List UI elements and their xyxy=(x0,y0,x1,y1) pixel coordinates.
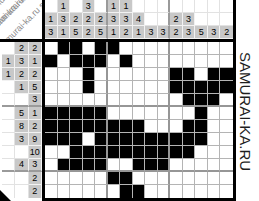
row-clue-cell: 2 xyxy=(29,68,42,81)
grid-cell[interactable] xyxy=(145,42,158,55)
col-clue-cell: 1 xyxy=(45,13,58,26)
row-clue-cell: 2 xyxy=(29,185,42,198)
col-clue-cell xyxy=(195,13,208,26)
grid-cell[interactable] xyxy=(83,146,96,159)
grid-cell[interactable] xyxy=(95,159,108,172)
grid-cell[interactable] xyxy=(70,68,83,81)
grid-cell[interactable] xyxy=(58,146,71,159)
row-clue-cell: 9 xyxy=(29,133,42,146)
row-clue-cell xyxy=(2,107,15,120)
grid-cell[interactable] xyxy=(70,42,83,55)
grid-cell[interactable] xyxy=(170,185,183,198)
grid-cell[interactable] xyxy=(58,172,71,185)
grid-cell[interactable] xyxy=(95,120,108,133)
grid-cell[interactable] xyxy=(45,81,58,94)
grid-cell[interactable] xyxy=(120,185,133,198)
grid-cell[interactable] xyxy=(133,94,146,107)
row-clue-cell xyxy=(15,172,28,185)
grid-cell[interactable] xyxy=(70,107,83,120)
grid-cell[interactable] xyxy=(195,68,208,81)
grid-cell[interactable] xyxy=(195,185,208,198)
col-clue-cell: 5 xyxy=(95,26,108,39)
grid-cell[interactable] xyxy=(183,107,196,120)
grid-cell[interactable] xyxy=(145,133,158,146)
grid-cell[interactable] xyxy=(95,68,108,81)
grid-cell[interactable] xyxy=(208,120,221,133)
grid-cell[interactable] xyxy=(120,146,133,159)
col-clue-cell: 5 xyxy=(195,26,208,39)
col-clue-cell: 1 xyxy=(108,26,121,39)
grid-cell[interactable] xyxy=(158,94,171,107)
grid-cell[interactable] xyxy=(183,159,196,172)
row-clue-cell: 1 xyxy=(29,107,42,120)
grid-cell[interactable] xyxy=(108,94,121,107)
grid-cell[interactable] xyxy=(83,159,96,172)
row-clue-cell xyxy=(2,133,15,146)
row-clue-cell xyxy=(2,81,15,94)
grid-cell[interactable] xyxy=(145,159,158,172)
puzzle-grid xyxy=(45,42,233,198)
row-clue-cell: 1 xyxy=(2,68,15,81)
row-clue-cell: 1 xyxy=(29,55,42,68)
grid-cell[interactable] xyxy=(83,185,96,198)
grid-cell[interactable] xyxy=(120,133,133,146)
grid-cell[interactable] xyxy=(70,185,83,198)
grid-cell[interactable] xyxy=(70,94,83,107)
grid-cell[interactable] xyxy=(108,42,121,55)
row-clue-cell: 5 xyxy=(15,107,28,120)
grid-cell[interactable] xyxy=(70,81,83,94)
grid-cell[interactable] xyxy=(83,94,96,107)
col-clue-cell xyxy=(195,0,208,13)
grid-cell[interactable] xyxy=(120,94,133,107)
puzzle-frame xyxy=(42,39,236,201)
grid-cell[interactable] xyxy=(58,107,71,120)
grid-cell[interactable] xyxy=(133,68,146,81)
col-clue-cell: 3 xyxy=(120,13,133,26)
grid-cell[interactable] xyxy=(120,81,133,94)
grid-cell[interactable] xyxy=(45,146,58,159)
grid-cell[interactable] xyxy=(95,107,108,120)
grid-cell[interactable] xyxy=(170,120,183,133)
row-clue-cell xyxy=(2,159,15,172)
grid-cell[interactable] xyxy=(220,172,233,185)
grid-cell[interactable] xyxy=(45,185,58,198)
row-clue-cell: 1 xyxy=(2,55,15,68)
nonogram-board: samurai-ka.ru samurai-ka.ru samurai-ka.r… xyxy=(0,0,259,201)
grid-cell[interactable] xyxy=(208,107,221,120)
col-clue-cell: 3 xyxy=(183,13,196,26)
col-clue-cell: 4 xyxy=(133,13,146,26)
grid-cell[interactable] xyxy=(220,107,233,120)
grid-cell[interactable] xyxy=(170,81,183,94)
grid-cell[interactable] xyxy=(45,120,58,133)
col-clue-cell: 3 xyxy=(45,26,58,39)
grid-cell[interactable] xyxy=(133,185,146,198)
grid-cell[interactable] xyxy=(133,120,146,133)
row-clue-cell: 3 xyxy=(29,159,42,172)
grid-cell[interactable] xyxy=(183,94,196,107)
grid-cell[interactable] xyxy=(195,42,208,55)
grid-cell[interactable] xyxy=(158,55,171,68)
grid-cell[interactable] xyxy=(58,94,71,107)
row-clue-cell: 3 xyxy=(29,94,42,107)
grid-cell[interactable] xyxy=(70,120,83,133)
grid-cell[interactable] xyxy=(120,68,133,81)
grid-cell[interactable] xyxy=(183,172,196,185)
row-clue-cell: 4 xyxy=(15,159,28,172)
grid-cell[interactable] xyxy=(170,68,183,81)
grid-cell[interactable] xyxy=(145,81,158,94)
grid-frame-extension xyxy=(233,0,236,39)
grid-cell[interactable] xyxy=(58,42,71,55)
grid-cell[interactable] xyxy=(170,172,183,185)
grid-cell[interactable] xyxy=(95,133,108,146)
grid-cell[interactable] xyxy=(220,133,233,146)
grid-cell[interactable] xyxy=(183,120,196,133)
row-clues: 22131122153518239104322 xyxy=(2,42,42,198)
grid-cell[interactable] xyxy=(133,55,146,68)
grid-cell[interactable] xyxy=(145,185,158,198)
col-clue-cell: 2 xyxy=(220,26,233,39)
grid-cell[interactable] xyxy=(208,81,221,94)
grid-cell[interactable] xyxy=(133,81,146,94)
grid-cell[interactable] xyxy=(183,42,196,55)
grid-cell[interactable] xyxy=(220,185,233,198)
col-clue-cell: 1 xyxy=(120,0,133,13)
grid-cell[interactable] xyxy=(195,94,208,107)
col-clue-cell xyxy=(158,13,171,26)
grid-cell[interactable] xyxy=(45,42,58,55)
grid-cell[interactable] xyxy=(108,107,121,120)
grid-cell[interactable] xyxy=(70,55,83,68)
grid-cell[interactable] xyxy=(58,133,71,146)
grid-cell[interactable] xyxy=(220,120,233,133)
row-clue-cell: 2 xyxy=(15,42,28,55)
col-clue-cell: 3 xyxy=(108,13,121,26)
row-clue-cell: 10 xyxy=(29,146,42,159)
grid-cell[interactable] xyxy=(95,146,108,159)
grid-cell[interactable] xyxy=(170,133,183,146)
grid-cell[interactable] xyxy=(70,133,83,146)
grid-cell[interactable] xyxy=(183,185,196,198)
col-clue-cell xyxy=(45,0,58,13)
row-clue-cell xyxy=(15,146,28,159)
col-clue-cell xyxy=(145,13,158,26)
grid-cell[interactable] xyxy=(95,81,108,94)
row-clue-cell: 3 xyxy=(15,133,28,146)
col-clue-cell: 2 xyxy=(95,13,108,26)
grid-cell[interactable] xyxy=(58,81,71,94)
grid-cell[interactable] xyxy=(145,68,158,81)
grid-cell[interactable] xyxy=(158,172,171,185)
col-clue-cell: 2 xyxy=(70,13,83,26)
grid-cell[interactable] xyxy=(145,94,158,107)
grid-cell[interactable] xyxy=(133,159,146,172)
grid-cell[interactable] xyxy=(70,172,83,185)
grid-cell[interactable] xyxy=(45,172,58,185)
col-clue-cell xyxy=(220,0,233,13)
grid-cell[interactable] xyxy=(133,172,146,185)
grid-cell[interactable] xyxy=(83,42,96,55)
grid-cell[interactable] xyxy=(120,120,133,133)
grid-cell[interactable] xyxy=(120,159,133,172)
grid-cell[interactable] xyxy=(83,68,96,81)
grid-cell[interactable] xyxy=(108,159,121,172)
grid-cell[interactable] xyxy=(133,42,146,55)
grid-cell[interactable] xyxy=(58,55,71,68)
grid-cell[interactable] xyxy=(108,68,121,81)
col-clue-cell: 2 xyxy=(170,26,183,39)
row-clue-cell: 2 xyxy=(29,172,42,185)
row-clue-cell xyxy=(2,42,15,55)
grid-cell[interactable] xyxy=(133,107,146,120)
grid-cell[interactable] xyxy=(58,185,71,198)
grid-cell[interactable] xyxy=(220,146,233,159)
col-clue-cell xyxy=(145,0,158,13)
grid-cell[interactable] xyxy=(195,81,208,94)
col-clue-cell: 1 xyxy=(133,26,146,39)
col-clue-cell: 2 xyxy=(120,26,133,39)
grid-cell[interactable] xyxy=(195,133,208,146)
grid-cell[interactable] xyxy=(58,68,71,81)
grid-cell[interactable] xyxy=(183,55,196,68)
row-clue-cell xyxy=(2,94,15,107)
row-clue-cell: 2 xyxy=(29,120,42,133)
col-clue-cell: 3 xyxy=(183,26,196,39)
grid-cell[interactable] xyxy=(158,120,171,133)
grid-cell[interactable] xyxy=(108,133,121,146)
grid-cell[interactable] xyxy=(95,42,108,55)
col-clue-cell: 2 xyxy=(170,13,183,26)
row-clue-cell xyxy=(2,120,15,133)
col-clue-cell: 2 xyxy=(83,13,96,26)
grid-cell[interactable] xyxy=(183,133,196,146)
col-clue-cell: 1 xyxy=(58,0,71,13)
grid-cell[interactable] xyxy=(183,81,196,94)
grid-cell[interactable] xyxy=(220,159,233,172)
grid-cell[interactable] xyxy=(195,159,208,172)
grid-cell[interactable] xyxy=(220,68,233,81)
grid-cell[interactable] xyxy=(95,94,108,107)
site-name-vertical: SAMURAI-KA.RU xyxy=(237,52,254,171)
grid-cell[interactable] xyxy=(158,133,171,146)
grid-cell[interactable] xyxy=(70,146,83,159)
row-clue-cell: 1 xyxy=(15,81,28,94)
grid-cell[interactable] xyxy=(170,42,183,55)
grid-cell[interactable] xyxy=(95,55,108,68)
grid-cell[interactable] xyxy=(108,81,121,94)
col-clue-cell: 3 xyxy=(208,26,221,39)
col-clue-cell xyxy=(95,0,108,13)
row-clue-cell: 3 xyxy=(15,55,28,68)
grid-cell[interactable] xyxy=(208,94,221,107)
row-clue-cell: 2 xyxy=(29,42,42,55)
grid-cell[interactable] xyxy=(170,146,183,159)
col-clue-cell: 1 xyxy=(58,26,71,39)
row-clue-cell xyxy=(2,172,15,185)
grid-cell[interactable] xyxy=(158,42,171,55)
grid-cell[interactable] xyxy=(83,133,96,146)
grid-cell[interactable] xyxy=(170,107,183,120)
grid-cell[interactable] xyxy=(208,146,221,159)
row-clue-cell xyxy=(2,146,15,159)
grid-cell[interactable] xyxy=(45,55,58,68)
grid-cell[interactable] xyxy=(133,146,146,159)
grid-cell[interactable] xyxy=(145,172,158,185)
grid-cell[interactable] xyxy=(108,185,121,198)
grid-cell[interactable] xyxy=(158,68,171,81)
col-clue-cell: 5 xyxy=(70,26,83,39)
col-clue-cell xyxy=(220,13,233,26)
column-clues: 13111322233423315251213323532 xyxy=(45,0,233,39)
grid-cell[interactable] xyxy=(45,94,58,107)
bottom-left-stripe-decoration xyxy=(0,190,11,201)
grid-cell[interactable] xyxy=(195,120,208,133)
col-clue-cell: 3 xyxy=(83,0,96,13)
col-clue-cell xyxy=(70,0,83,13)
grid-cell[interactable] xyxy=(58,159,71,172)
col-clue-cell: 3 xyxy=(145,26,158,39)
grid-cell[interactable] xyxy=(220,55,233,68)
grid-cell[interactable] xyxy=(58,120,71,133)
grid-cell[interactable] xyxy=(170,55,183,68)
grid-cell[interactable] xyxy=(45,133,58,146)
grid-cell[interactable] xyxy=(108,55,121,68)
grid-cell[interactable] xyxy=(170,94,183,107)
grid-cell[interactable] xyxy=(133,133,146,146)
grid-cell[interactable] xyxy=(45,68,58,81)
grid-cell[interactable] xyxy=(158,159,171,172)
grid-cell[interactable] xyxy=(145,55,158,68)
grid-cell[interactable] xyxy=(83,55,96,68)
grid-cell[interactable] xyxy=(220,42,233,55)
grid-cell[interactable] xyxy=(183,146,196,159)
grid-cell[interactable] xyxy=(208,55,221,68)
grid-cell[interactable] xyxy=(145,146,158,159)
col-clue-cell xyxy=(133,0,146,13)
row-clue-cell: 8 xyxy=(15,120,28,133)
col-clue-cell: 1 xyxy=(108,0,121,13)
grid-cell[interactable] xyxy=(208,185,221,198)
grid-cell[interactable] xyxy=(220,81,233,94)
grid-cell[interactable] xyxy=(145,120,158,133)
col-clue-cell xyxy=(183,0,196,13)
grid-cell[interactable] xyxy=(195,107,208,120)
row-clue-cell xyxy=(15,94,28,107)
row-clue-cell: 2 xyxy=(15,68,28,81)
grid-cell[interactable] xyxy=(95,185,108,198)
grid-cell[interactable] xyxy=(120,55,133,68)
watermark-corner: samurai-ka.ru samurai-ka.ru samurai-ka.r… xyxy=(0,0,45,42)
grid-cell[interactable] xyxy=(208,133,221,146)
grid-cell[interactable] xyxy=(170,159,183,172)
grid-cell[interactable] xyxy=(83,107,96,120)
grid-cell[interactable] xyxy=(83,120,96,133)
col-clue-cell xyxy=(208,0,221,13)
grid-cell[interactable] xyxy=(208,172,221,185)
grid-cell[interactable] xyxy=(83,81,96,94)
grid-cell[interactable] xyxy=(208,159,221,172)
row-clue-cell: 5 xyxy=(29,81,42,94)
grid-cell[interactable] xyxy=(45,159,58,172)
grid-cell[interactable] xyxy=(158,185,171,198)
grid-cell[interactable] xyxy=(95,172,108,185)
grid-cell[interactable] xyxy=(158,146,171,159)
grid-cell[interactable] xyxy=(208,68,221,81)
grid-cell[interactable] xyxy=(45,107,58,120)
col-clue-cell xyxy=(208,13,221,26)
grid-cell[interactable] xyxy=(195,172,208,185)
grid-cell[interactable] xyxy=(108,172,121,185)
grid-cell[interactable] xyxy=(158,81,171,94)
grid-cell[interactable] xyxy=(158,107,171,120)
col-clue-cell: 3 xyxy=(158,26,171,39)
grid-cell[interactable] xyxy=(70,159,83,172)
grid-cell[interactable] xyxy=(145,107,158,120)
grid-cell[interactable] xyxy=(108,146,121,159)
col-clue-cell xyxy=(170,0,183,13)
col-clue-cell: 3 xyxy=(58,13,71,26)
row-clue-cell xyxy=(15,185,28,198)
col-clue-cell: 2 xyxy=(83,26,96,39)
grid-cell[interactable] xyxy=(83,172,96,185)
grid-cell[interactable] xyxy=(195,146,208,159)
grid-cell[interactable] xyxy=(183,68,196,81)
grid-cell[interactable] xyxy=(120,107,133,120)
col-clue-cell xyxy=(158,0,171,13)
grid-cell[interactable] xyxy=(208,42,221,55)
grid-cell[interactable] xyxy=(120,172,133,185)
grid-cell[interactable] xyxy=(195,55,208,68)
grid-cell[interactable] xyxy=(120,42,133,55)
grid-cell[interactable] xyxy=(108,120,121,133)
grid-cell[interactable] xyxy=(220,94,233,107)
